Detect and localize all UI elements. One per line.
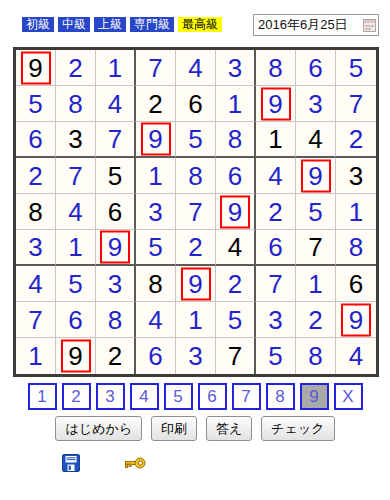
sudoku-cell-r3c9[interactable]: 2 <box>336 122 376 158</box>
numpad-button-8[interactable]: 8 <box>266 383 295 410</box>
entered-digit: 8 <box>308 343 322 369</box>
given-digit: 7 <box>308 234 322 260</box>
sudoku-cell-r4c6[interactable]: 6 <box>216 158 256 194</box>
sudoku-cell-r8c6[interactable]: 5 <box>216 302 256 338</box>
given-digit: 9 <box>68 343 82 369</box>
entered-digit: 6 <box>68 307 82 333</box>
entered-digit: 7 <box>148 55 162 81</box>
entered-digit: 5 <box>68 271 82 297</box>
given-digit: 1 <box>268 126 282 152</box>
entered-digit: 5 <box>148 234 162 260</box>
entered-digit: 8 <box>228 126 242 152</box>
sudoku-cell-r2c4[interactable]: 2 <box>136 86 176 122</box>
entered-digit: 5 <box>308 199 322 225</box>
sudoku-cell-r1c3[interactable]: 1 <box>96 50 136 86</box>
sudoku-cell-r6c2[interactable]: 1 <box>56 230 96 266</box>
sudoku-cell-r7c9[interactable]: 6 <box>336 266 376 302</box>
number-pad: 1 2 3 4 5 6 7 8 9 X <box>0 383 390 410</box>
entered-digit: 4 <box>188 55 202 81</box>
entered-digit: 6 <box>268 234 282 260</box>
sudoku-cell-r9c7[interactable]: 5 <box>256 338 296 374</box>
entered-digit: 4 <box>268 163 282 189</box>
sudoku-cell-r7c8[interactable]: 1 <box>296 266 336 302</box>
sudoku-cell-r9c3[interactable]: 2 <box>96 338 136 374</box>
entered-digit: 8 <box>68 91 82 117</box>
numpad-button-3[interactable]: 3 <box>96 383 125 410</box>
calendar-icon[interactable] <box>363 19 376 32</box>
sudoku-cell-r6c1[interactable]: 3 <box>16 230 56 266</box>
sudoku-cell-r5c5[interactable]: 7 <box>176 194 216 230</box>
given-digit: 3 <box>68 126 82 152</box>
given-digit: 9 <box>28 55 42 81</box>
entered-digit: 9 <box>308 163 322 189</box>
restart-button[interactable]: はじめから <box>55 416 142 441</box>
entered-digit: 5 <box>349 55 363 81</box>
action-buttons: はじめから 印刷 答え チェック <box>0 416 390 441</box>
entered-digit: 3 <box>228 55 242 81</box>
given-digit: 4 <box>228 234 242 260</box>
sudoku-cell-r7c7[interactable]: 7 <box>256 266 296 302</box>
given-digit: 8 <box>28 199 42 225</box>
numpad-button-clear[interactable]: X <box>334 383 363 410</box>
sudoku-cell-r4c5[interactable]: 8 <box>176 158 216 194</box>
sudoku-cell-r1c5[interactable]: 4 <box>176 50 216 86</box>
sudoku-cell-r4c2[interactable]: 7 <box>56 158 96 194</box>
sudoku-cell-r7c4[interactable]: 8 <box>136 266 176 302</box>
tab-advanced[interactable]: 上級 <box>94 17 126 32</box>
entered-digit: 9 <box>228 199 242 225</box>
tab-expert[interactable]: 専門級 <box>130 17 174 32</box>
entered-digit: 7 <box>28 307 42 333</box>
numpad-button-4[interactable]: 4 <box>130 383 159 410</box>
tab-master[interactable]: 最高級 <box>178 17 222 32</box>
sudoku-cell-r1c6[interactable]: 3 <box>216 50 256 86</box>
sudoku-cell-r2c3[interactable]: 4 <box>96 86 136 122</box>
entered-digit: 9 <box>349 307 363 333</box>
sudoku-cell-r6c6[interactable]: 4 <box>216 230 256 266</box>
sudoku-cell-r9c4[interactable]: 6 <box>136 338 176 374</box>
sudoku-cell-r8c4[interactable]: 4 <box>136 302 176 338</box>
sudoku-cell-r2c2[interactable]: 8 <box>56 86 96 122</box>
sudoku-cell-r4c7[interactable]: 4 <box>256 158 296 194</box>
sudoku-cell-r3c8[interactable]: 4 <box>296 122 336 158</box>
entered-digit: 3 <box>268 307 282 333</box>
key-icon[interactable] <box>124 456 146 470</box>
sudoku-cell-r4c9[interactable]: 3 <box>336 158 376 194</box>
entered-digit: 1 <box>68 234 82 260</box>
entered-digit: 2 <box>308 307 322 333</box>
entered-digit: 1 <box>188 307 202 333</box>
tab-intermediate[interactable]: 中級 <box>58 17 90 32</box>
entered-digit: 9 <box>108 234 122 260</box>
answer-button[interactable]: 答え <box>206 416 252 441</box>
sudoku-cell-r2c1[interactable]: 5 <box>16 86 56 122</box>
sudoku-cell-r7c2[interactable]: 5 <box>56 266 96 302</box>
sudoku-cell-r8c3[interactable]: 8 <box>96 302 136 338</box>
entered-digit: 5 <box>28 91 42 117</box>
given-digit: 6 <box>188 91 202 117</box>
given-digit: 2 <box>108 343 122 369</box>
sudoku-cell-r2c5[interactable]: 6 <box>176 86 216 122</box>
sudoku-cell-r5c8[interactable]: 5 <box>296 194 336 230</box>
sudoku-cell-r2c7[interactable]: 9 <box>256 86 296 122</box>
sudoku-cell-r6c3[interactable]: 9 <box>96 230 136 266</box>
entered-digit: 8 <box>268 55 282 81</box>
given-digit: 5 <box>108 163 122 189</box>
sudoku-cell-r6c4[interactable]: 5 <box>136 230 176 266</box>
footer <box>62 454 390 472</box>
given-digit: 8 <box>148 271 162 297</box>
sudoku-cell-r4c4[interactable]: 1 <box>136 158 176 194</box>
entered-digit: 2 <box>188 234 202 260</box>
entered-digit: 1 <box>148 163 162 189</box>
entered-digit: 3 <box>28 234 42 260</box>
sudoku-cell-r6c9[interactable]: 8 <box>336 230 376 266</box>
sudoku-cell-r8c8[interactable]: 2 <box>296 302 336 338</box>
entered-digit: 1 <box>349 199 363 225</box>
entered-digit: 2 <box>68 55 82 81</box>
sudoku-cell-r2c8[interactable]: 3 <box>296 86 336 122</box>
sudoku-cell-r6c7[interactable]: 6 <box>256 230 296 266</box>
numpad-button-1[interactable]: 1 <box>28 383 57 410</box>
entered-digit: 1 <box>228 91 242 117</box>
sudoku-app: 初級 中級 上級 専門級 最高級 2016年6月25日 921743865584… <box>0 0 390 500</box>
numpad-button-2[interactable]: 2 <box>62 383 91 410</box>
sudoku-cell-r9c2[interactable]: 9 <box>56 338 96 374</box>
sudoku-cell-r5c4[interactable]: 3 <box>136 194 176 230</box>
entered-digit: 2 <box>268 199 282 225</box>
sudoku-cell-r8c9[interactable]: 9 <box>336 302 376 338</box>
numpad-button-5[interactable]: 5 <box>164 383 193 410</box>
sudoku-cell-r3c6[interactable]: 8 <box>216 122 256 158</box>
sudoku-cell-r3c3[interactable]: 7 <box>96 122 136 158</box>
sudoku-cell-r7c5[interactable]: 9 <box>176 266 216 302</box>
entered-digit: 2 <box>349 126 363 152</box>
entered-digit: 3 <box>108 271 122 297</box>
entered-digit: 8 <box>108 307 122 333</box>
entered-digit: 7 <box>268 271 282 297</box>
sudoku-cell-r3c5[interactable]: 5 <box>176 122 216 158</box>
entered-digit: 7 <box>108 126 122 152</box>
sudoku-cell-r9c6[interactable]: 7 <box>216 338 256 374</box>
sudoku-cell-r5c9[interactable]: 1 <box>336 194 376 230</box>
entered-digit: 6 <box>308 55 322 81</box>
sudoku-cell-r1c2[interactable]: 2 <box>56 50 96 86</box>
sudoku-cell-r1c1[interactable]: 9 <box>16 50 56 86</box>
entered-digit: 7 <box>349 91 363 117</box>
entered-digit: 4 <box>108 91 122 117</box>
sudoku-cell-r8c1[interactable]: 7 <box>16 302 56 338</box>
date-picker[interactable]: 2016年6月25日 <box>253 14 379 36</box>
entered-digit: 2 <box>28 163 42 189</box>
sudoku-cell-r4c1[interactable]: 2 <box>16 158 56 194</box>
sudoku-cell-r2c6[interactable]: 1 <box>216 86 256 122</box>
entered-digit: 1 <box>108 55 122 81</box>
sudoku-cell-r3c4[interactable]: 9 <box>136 122 176 158</box>
entered-digit: 3 <box>188 343 202 369</box>
entered-digit: 4 <box>349 343 363 369</box>
entered-digit: 4 <box>68 199 82 225</box>
entered-digit: 2 <box>228 271 242 297</box>
sudoku-cell-r5c6[interactable]: 9 <box>216 194 256 230</box>
sudoku-cell-r5c3[interactable]: 6 <box>96 194 136 230</box>
sudoku-cell-r9c9[interactable]: 4 <box>336 338 376 374</box>
sudoku-cell-r6c8[interactable]: 7 <box>296 230 336 266</box>
sudoku-cell-r7c3[interactable]: 3 <box>96 266 136 302</box>
given-digit: 4 <box>308 126 322 152</box>
given-digit: 6 <box>349 271 363 297</box>
sudoku-cell-r9c5[interactable]: 3 <box>176 338 216 374</box>
header: 初級 中級 上級 専門級 最高級 2016年6月25日 <box>0 0 390 36</box>
numpad-button-7[interactable]: 7 <box>232 383 261 410</box>
entered-digit: 5 <box>188 126 202 152</box>
entered-digit: 7 <box>68 163 82 189</box>
sudoku-cell-r8c2[interactable]: 6 <box>56 302 96 338</box>
tab-beginner[interactable]: 初級 <box>22 17 54 32</box>
sudoku-cell-r3c7[interactable]: 1 <box>256 122 296 158</box>
entered-digit: 9 <box>268 91 282 117</box>
sudoku-cell-r1c4[interactable]: 7 <box>136 50 176 86</box>
entered-digit: 3 <box>148 199 162 225</box>
entered-digit: 1 <box>28 343 42 369</box>
entered-digit: 9 <box>188 271 202 297</box>
check-button[interactable]: チェック <box>261 416 334 441</box>
sudoku-board: 9217438655842619376379581422751864938463… <box>13 47 379 377</box>
sudoku-cell-r8c5[interactable]: 1 <box>176 302 216 338</box>
entered-digit: 9 <box>148 126 162 152</box>
entered-digit: 5 <box>268 343 282 369</box>
sudoku-cell-r4c3[interactable]: 5 <box>96 158 136 194</box>
entered-digit: 4 <box>28 271 42 297</box>
sudoku-cell-r6c5[interactable]: 2 <box>176 230 216 266</box>
given-digit: 3 <box>349 163 363 189</box>
sudoku-cell-r7c6[interactable]: 2 <box>216 266 256 302</box>
entered-digit: 8 <box>349 234 363 260</box>
level-tabs: 初級 中級 上級 専門級 最高級 <box>22 17 222 32</box>
sudoku-cell-r9c8[interactable]: 8 <box>296 338 336 374</box>
sudoku-cell-r3c2[interactable]: 3 <box>56 122 96 158</box>
entered-digit: 5 <box>228 307 242 333</box>
sudoku-cell-r5c1[interactable]: 8 <box>16 194 56 230</box>
entered-digit: 7 <box>188 199 202 225</box>
sudoku-cell-r2c9[interactable]: 7 <box>336 86 376 122</box>
entered-digit: 6 <box>28 126 42 152</box>
sudoku-cell-r4c8[interactable]: 9 <box>296 158 336 194</box>
given-digit: 7 <box>228 343 242 369</box>
sudoku-cell-r7c1[interactable]: 4 <box>16 266 56 302</box>
entered-digit: 6 <box>148 343 162 369</box>
sudoku-cell-r8c7[interactable]: 3 <box>256 302 296 338</box>
sudoku-cell-r9c1[interactable]: 1 <box>16 338 56 374</box>
entered-digit: 8 <box>188 163 202 189</box>
given-digit: 6 <box>108 199 122 225</box>
sudoku-cell-r3c1[interactable]: 6 <box>16 122 56 158</box>
entered-digit: 4 <box>148 307 162 333</box>
sudoku-cell-r1c7[interactable]: 8 <box>256 50 296 86</box>
sudoku-cell-r5c7[interactable]: 2 <box>256 194 296 230</box>
print-button[interactable]: 印刷 <box>151 416 197 441</box>
sudoku-cell-r5c2[interactable]: 4 <box>56 194 96 230</box>
numpad-button-6[interactable]: 6 <box>198 383 227 410</box>
sudoku-cell-r1c9[interactable]: 5 <box>336 50 376 86</box>
numpad-button-9[interactable]: 9 <box>300 383 329 410</box>
save-icon[interactable] <box>62 454 80 472</box>
sudoku-cell-r1c8[interactable]: 6 <box>296 50 336 86</box>
given-digit: 2 <box>148 91 162 117</box>
date-value: 2016年6月25日 <box>258 16 348 34</box>
entered-digit: 6 <box>228 163 242 189</box>
entered-digit: 1 <box>308 271 322 297</box>
entered-digit: 3 <box>308 91 322 117</box>
